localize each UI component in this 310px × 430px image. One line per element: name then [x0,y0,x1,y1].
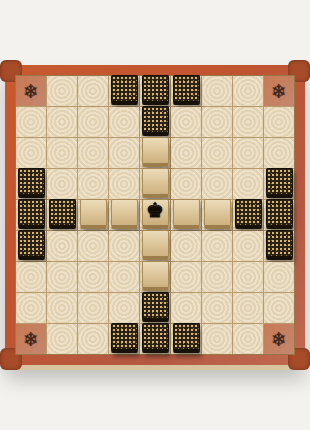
board-cell[interactable] [16,107,46,137]
board-cell[interactable] [109,324,139,354]
attacker-piece[interactable] [142,292,169,322]
defender-piece[interactable] [111,199,138,229]
attacker-piece[interactable] [142,106,169,136]
defender-piece[interactable] [142,230,169,260]
board-cell[interactable] [171,262,201,292]
board-cell[interactable] [233,324,263,354]
board-cell[interactable] [233,169,263,199]
board-cell[interactable] [202,76,232,106]
board-cell[interactable] [264,200,294,230]
board-cell[interactable] [16,169,46,199]
board-cell[interactable] [47,138,77,168]
board-cell[interactable] [140,76,170,106]
attacker-piece[interactable] [18,199,45,229]
board-cell[interactable] [171,107,201,137]
board-cell[interactable] [78,107,108,137]
board-cell[interactable] [47,200,77,230]
board-cell[interactable] [202,107,232,137]
corner-rune-icon: ❄ [271,82,287,101]
board-cell[interactable]: ❄ [16,324,46,354]
board-cell[interactable] [233,200,263,230]
board-cell[interactable] [202,262,232,292]
attacker-piece[interactable] [266,199,293,229]
board-cell[interactable] [233,107,263,137]
defender-piece[interactable] [173,199,200,229]
board-cell[interactable] [16,231,46,261]
board-cell[interactable] [47,107,77,137]
board-cell[interactable] [109,169,139,199]
attacker-piece[interactable] [18,168,45,198]
board-cell[interactable]: ❄ [264,324,294,354]
corner-rune-icon: ❄ [271,330,287,349]
board-cell[interactable] [264,293,294,323]
attacker-piece[interactable] [173,323,200,353]
defender-piece[interactable] [142,261,169,291]
board-cell[interactable] [16,200,46,230]
board-cell[interactable]: ❄ [16,76,46,106]
board-cell[interactable] [47,76,77,106]
board-frame: ❄❄♚❄❄ [5,65,305,365]
defender-piece[interactable] [142,137,169,167]
tafl-board: ❄❄♚❄❄ [15,75,295,355]
board-cell[interactable] [140,138,170,168]
board-cell[interactable] [233,76,263,106]
attacker-piece[interactable] [111,75,138,105]
attacker-piece[interactable] [18,230,45,260]
board-cell[interactable] [171,324,201,354]
board-cell[interactable]: ❄ [264,76,294,106]
board-cell[interactable] [140,324,170,354]
board-cell[interactable] [140,231,170,261]
board-cell[interactable] [109,200,139,230]
board-cell[interactable] [233,262,263,292]
board-cell[interactable] [264,262,294,292]
board-cell[interactable] [78,200,108,230]
attacker-piece[interactable] [266,230,293,260]
board-cell[interactable] [233,138,263,168]
board-cell[interactable] [47,324,77,354]
defender-piece[interactable] [142,168,169,198]
board-cell[interactable] [202,324,232,354]
attacker-piece[interactable] [142,75,169,105]
board-cell[interactable] [202,293,232,323]
board-cell[interactable] [109,262,139,292]
board-cell[interactable] [47,262,77,292]
board-cell[interactable] [233,293,263,323]
board-cell[interactable] [47,169,77,199]
board-cell[interactable] [171,293,201,323]
board-cell[interactable] [16,138,46,168]
board-cell[interactable] [264,231,294,261]
king-crown-icon: ♚ [146,200,164,220]
board-cell[interactable] [47,293,77,323]
board-cell[interactable] [171,138,201,168]
board-cell[interactable] [140,107,170,137]
board-cell[interactable] [109,293,139,323]
board-cell[interactable] [171,200,201,230]
board-cell[interactable] [264,169,294,199]
attacker-piece[interactable] [235,199,262,229]
board-cell[interactable] [202,169,232,199]
board-cell[interactable] [78,138,108,168]
board-cell[interactable] [16,262,46,292]
attacker-piece[interactable] [111,323,138,353]
board-cell[interactable] [47,231,77,261]
board-cell[interactable] [171,169,201,199]
photo-background: ❄❄♚❄❄ [0,0,310,430]
board-cell[interactable] [233,231,263,261]
board-cell[interactable] [109,231,139,261]
board-cell[interactable] [109,138,139,168]
corner-rune-icon: ❄ [23,82,39,101]
attacker-piece[interactable] [49,199,76,229]
board-cell[interactable] [109,107,139,137]
board-cell[interactable] [140,293,170,323]
board-cell[interactable] [171,231,201,261]
board-cell[interactable] [16,293,46,323]
board-cell[interactable] [171,76,201,106]
king-piece[interactable]: ♚ [142,199,169,229]
board-cell[interactable] [78,262,108,292]
attacker-piece[interactable] [142,323,169,353]
board-cell[interactable]: ♚ [140,200,170,230]
board-cell[interactable] [78,324,108,354]
board-cell[interactable] [202,200,232,230]
attacker-piece[interactable] [173,75,200,105]
corner-rune-icon: ❄ [23,330,39,349]
defender-piece[interactable] [204,199,231,229]
board-cell[interactable] [202,231,232,261]
board-cell[interactable] [264,107,294,137]
board-cell[interactable] [78,293,108,323]
board-cell[interactable] [78,169,108,199]
board-cell[interactable] [78,76,108,106]
defender-piece[interactable] [80,199,107,229]
board-cell[interactable] [202,138,232,168]
board-cell[interactable] [264,138,294,168]
attacker-piece[interactable] [266,168,293,198]
board-cell[interactable] [140,262,170,292]
board-cell[interactable] [78,231,108,261]
board-cell[interactable] [109,76,139,106]
board-cell[interactable] [140,169,170,199]
